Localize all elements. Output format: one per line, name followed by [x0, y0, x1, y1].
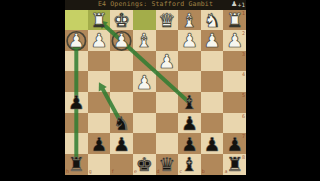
- square-a2[interactable]: 2: [223, 30, 246, 51]
- square-h8[interactable]: h: [65, 154, 88, 175]
- square-e8[interactable]: e: [133, 154, 156, 175]
- square-c8[interactable]: c: [178, 154, 201, 175]
- letterbox-right: [246, 0, 320, 180]
- square-d2[interactable]: [156, 30, 179, 51]
- square-f4[interactable]: [110, 71, 133, 92]
- square-d8[interactable]: d: [156, 154, 179, 175]
- file-label-d: d: [157, 169, 160, 174]
- square-b4[interactable]: [201, 71, 224, 92]
- square-c3[interactable]: [178, 51, 201, 72]
- square-b2[interactable]: [201, 30, 224, 51]
- rank-label-6: 6: [242, 114, 245, 119]
- square-c1[interactable]: [178, 10, 201, 31]
- rank-label-1: 1: [242, 11, 245, 16]
- square-g1[interactable]: [88, 10, 111, 31]
- square-b6[interactable]: [201, 113, 224, 134]
- rank-label-3: 3: [242, 52, 245, 57]
- material-indicator: ♟ +1: [231, 0, 245, 10]
- material-advantage: +1: [238, 1, 245, 8]
- square-e4[interactable]: [133, 71, 156, 92]
- square-h1[interactable]: [65, 10, 88, 31]
- rank-label-5: 5: [242, 93, 245, 98]
- square-g3[interactable]: [88, 51, 111, 72]
- white-pawn-icon: ♟: [231, 0, 237, 9]
- square-c7[interactable]: [178, 133, 201, 154]
- square-e2[interactable]: [133, 30, 156, 51]
- square-h4[interactable]: [65, 71, 88, 92]
- square-d1[interactable]: [156, 10, 179, 31]
- square-c2[interactable]: [178, 30, 201, 51]
- square-f3[interactable]: [110, 51, 133, 72]
- square-b5[interactable]: [201, 92, 224, 113]
- file-label-b: b: [202, 169, 205, 174]
- square-e6[interactable]: [133, 113, 156, 134]
- square-b8[interactable]: b: [201, 154, 224, 175]
- file-label-g: g: [89, 169, 92, 174]
- file-label-f: f: [111, 169, 114, 174]
- opening-title: E4 Openings: Stafford Gambit: [98, 0, 213, 9]
- square-f7[interactable]: [110, 133, 133, 154]
- rank-label-7: 7: [242, 134, 245, 139]
- square-f6[interactable]: [110, 113, 133, 134]
- square-a1[interactable]: 1: [223, 10, 246, 31]
- rank-label-4: 4: [242, 72, 245, 77]
- square-g5[interactable]: [88, 92, 111, 113]
- title-bar: E4 Openings: Stafford Gambit ♟ +1: [65, 0, 246, 10]
- square-h3[interactable]: [65, 51, 88, 72]
- square-a8[interactable]: 8a: [223, 154, 246, 175]
- square-h5[interactable]: [65, 92, 88, 113]
- letterbox-left: [0, 0, 65, 180]
- square-g8[interactable]: g: [88, 154, 111, 175]
- square-e5[interactable]: [133, 92, 156, 113]
- square-h7[interactable]: [65, 133, 88, 154]
- square-a3[interactable]: 3: [223, 51, 246, 72]
- file-label-c: c: [179, 169, 182, 174]
- square-d6[interactable]: [156, 113, 179, 134]
- square-c6[interactable]: [178, 113, 201, 134]
- square-b1[interactable]: [201, 10, 224, 31]
- square-e1[interactable]: [133, 10, 156, 31]
- square-a7[interactable]: 7: [223, 133, 246, 154]
- square-b3[interactable]: [201, 51, 224, 72]
- square-a6[interactable]: 6: [223, 113, 246, 134]
- squares-layer: 1234567hgfedcb8a: [65, 10, 246, 175]
- square-h2[interactable]: [65, 30, 88, 51]
- chess-board[interactable]: 1234567hgfedcb8a ♜♚♛♝♞♜♟♟♟♝♟♟♟♟♟♟♝♞♟♟♟♟♟…: [65, 10, 246, 175]
- file-label-h: h: [66, 169, 69, 174]
- square-c5[interactable]: [178, 92, 201, 113]
- square-e3[interactable]: [133, 51, 156, 72]
- square-d4[interactable]: [156, 71, 179, 92]
- square-f5[interactable]: [110, 92, 133, 113]
- square-e7[interactable]: [133, 133, 156, 154]
- square-d7[interactable]: [156, 133, 179, 154]
- square-b7[interactable]: [201, 133, 224, 154]
- square-h6[interactable]: [65, 113, 88, 134]
- square-c4[interactable]: [178, 71, 201, 92]
- square-a4[interactable]: 4: [223, 71, 246, 92]
- rank-label-8: 8: [242, 155, 245, 160]
- file-label-e: e: [134, 169, 137, 174]
- file-label-a: a: [224, 169, 227, 174]
- square-g6[interactable]: [88, 113, 111, 134]
- square-a5[interactable]: 5: [223, 92, 246, 113]
- letterbox-bottom: [65, 175, 246, 181]
- square-g7[interactable]: [88, 133, 111, 154]
- square-g4[interactable]: [88, 71, 111, 92]
- square-g2[interactable]: [88, 30, 111, 51]
- square-f1[interactable]: [110, 10, 133, 31]
- square-d5[interactable]: [156, 92, 179, 113]
- square-f2[interactable]: [110, 30, 133, 51]
- video-frame: E4 Openings: Stafford Gambit ♟ +1 123456…: [0, 0, 320, 180]
- square-f8[interactable]: f: [110, 154, 133, 175]
- rank-label-2: 2: [242, 31, 245, 36]
- square-d3[interactable]: [156, 51, 179, 72]
